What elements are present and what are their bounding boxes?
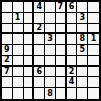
- sudoku-cell[interactable]: [24, 56, 35, 67]
- sudoku-cell[interactable]: [67, 45, 78, 56]
- sudoku-cell[interactable]: [2, 2, 13, 13]
- sudoku-cell[interactable]: [56, 24, 67, 35]
- sudoku-cell[interactable]: 3: [77, 13, 88, 24]
- sudoku-cell[interactable]: [13, 67, 24, 78]
- sudoku-cell[interactable]: [34, 88, 45, 99]
- sudoku-cell[interactable]: [56, 34, 67, 45]
- sudoku-cell[interactable]: [88, 13, 99, 24]
- sudoku-cell[interactable]: [88, 2, 99, 13]
- sudoku-cell[interactable]: [88, 45, 99, 56]
- sudoku-cell[interactable]: [24, 67, 35, 78]
- sudoku-cell[interactable]: [13, 88, 24, 99]
- sudoku-cell[interactable]: [67, 13, 78, 24]
- sudoku-cell[interactable]: [88, 88, 99, 99]
- sudoku-cell[interactable]: [24, 13, 35, 24]
- sudoku-cell[interactable]: 7: [56, 2, 67, 13]
- sudoku-cell[interactable]: [34, 13, 45, 24]
- sudoku-cell[interactable]: [34, 77, 45, 88]
- sudoku-cell[interactable]: [56, 13, 67, 24]
- sudoku-cell[interactable]: [45, 2, 56, 13]
- sudoku-cell[interactable]: [45, 24, 56, 35]
- sudoku-cell[interactable]: [13, 34, 24, 45]
- sudoku-cell[interactable]: [77, 2, 88, 13]
- sudoku-cell[interactable]: [34, 56, 45, 67]
- sudoku-cell[interactable]: [13, 45, 24, 56]
- sudoku-cell[interactable]: 5: [77, 45, 88, 56]
- sudoku-cell[interactable]: [88, 77, 99, 88]
- sudoku-cell[interactable]: 8: [45, 88, 56, 99]
- sudoku-cell[interactable]: [13, 24, 24, 35]
- sudoku-cell[interactable]: [24, 45, 35, 56]
- sudoku-cell[interactable]: [13, 2, 24, 13]
- sudoku-cell[interactable]: 9: [2, 45, 13, 56]
- sudoku-cell[interactable]: [88, 56, 99, 67]
- sudoku-cell[interactable]: [45, 56, 56, 67]
- sudoku-cell[interactable]: [88, 67, 99, 78]
- sudoku-board: 47613238195276248: [0, 0, 101, 101]
- sudoku-cell[interactable]: [2, 24, 13, 35]
- sudoku-cell[interactable]: [67, 24, 78, 35]
- sudoku-cell[interactable]: [34, 45, 45, 56]
- sudoku-cell[interactable]: 1: [88, 34, 99, 45]
- sudoku-cell[interactable]: [24, 2, 35, 13]
- sudoku-cell[interactable]: [56, 45, 67, 56]
- sudoku-cell[interactable]: [2, 88, 13, 99]
- sudoku-cell[interactable]: [24, 77, 35, 88]
- sudoku-cell[interactable]: [45, 67, 56, 78]
- sudoku-cell[interactable]: [45, 45, 56, 56]
- sudoku-cell[interactable]: [77, 77, 88, 88]
- sudoku-cell[interactable]: 7: [2, 67, 13, 78]
- sudoku-cell[interactable]: [77, 88, 88, 99]
- sudoku-cell[interactable]: 2: [2, 56, 13, 67]
- sudoku-cell[interactable]: [67, 34, 78, 45]
- sudoku-cell[interactable]: 4: [34, 2, 45, 13]
- sudoku-cell[interactable]: [13, 56, 24, 67]
- sudoku-cell[interactable]: [2, 13, 13, 24]
- sudoku-cell[interactable]: [77, 67, 88, 78]
- sudoku-cell[interactable]: [77, 24, 88, 35]
- sudoku-cell[interactable]: 2: [34, 24, 45, 35]
- sudoku-cell[interactable]: [24, 34, 35, 45]
- sudoku-cell[interactable]: 1: [13, 13, 24, 24]
- sudoku-cell[interactable]: [13, 77, 24, 88]
- sudoku-cell[interactable]: [56, 67, 67, 78]
- sudoku-cell[interactable]: [56, 77, 67, 88]
- sudoku-cell[interactable]: 3: [45, 34, 56, 45]
- sudoku-cell[interactable]: [2, 77, 13, 88]
- sudoku-cell[interactable]: 8: [77, 34, 88, 45]
- sudoku-cell[interactable]: [67, 88, 78, 99]
- sudoku-cell[interactable]: [56, 56, 67, 67]
- sudoku-cell[interactable]: [67, 56, 78, 67]
- sudoku-cell[interactable]: [34, 34, 45, 45]
- sudoku-cell[interactable]: 4: [67, 77, 78, 88]
- sudoku-cell[interactable]: [24, 88, 35, 99]
- sudoku-cell[interactable]: [45, 77, 56, 88]
- sudoku-cell[interactable]: [45, 13, 56, 24]
- sudoku-cell[interactable]: [88, 24, 99, 35]
- sudoku-cell[interactable]: 2: [67, 67, 78, 78]
- sudoku-cell[interactable]: [2, 34, 13, 45]
- sudoku-cell[interactable]: 6: [67, 2, 78, 13]
- sudoku-cell[interactable]: 6: [34, 67, 45, 78]
- sudoku-cell[interactable]: [56, 88, 67, 99]
- sudoku-cell[interactable]: [24, 24, 35, 35]
- sudoku-cell[interactable]: [77, 56, 88, 67]
